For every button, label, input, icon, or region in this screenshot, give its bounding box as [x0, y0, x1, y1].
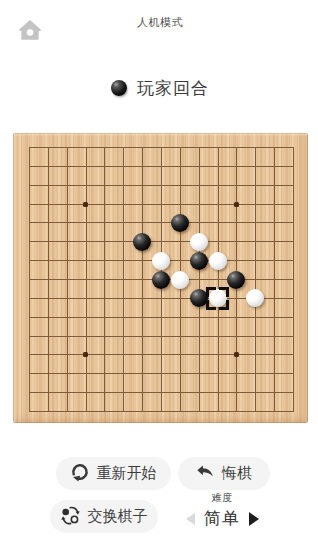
restart-button[interactable]: 重新开始: [56, 457, 171, 490]
stone-white: [171, 271, 189, 289]
stone-white: [209, 289, 227, 307]
app-screen: 人机模式 玩家回合 重新开始 悔棋: [3, 0, 318, 560]
swap-icon: [60, 505, 81, 529]
swap-label: 交换棋子: [88, 507, 148, 526]
stone-black: [190, 289, 208, 307]
chevron-left-icon[interactable]: [186, 513, 195, 525]
home-icon: [17, 31, 43, 46]
undo-button[interactable]: 悔棋: [178, 457, 270, 490]
star-point: [234, 352, 239, 357]
app-title: 人机模式: [3, 15, 318, 30]
undo-icon: [195, 462, 215, 485]
restart-icon: [70, 462, 90, 485]
black-stone-icon: [111, 80, 127, 96]
chevron-right-icon[interactable]: [249, 512, 259, 526]
swap-pieces-button[interactable]: 交换棋子: [50, 500, 158, 533]
stone-black: [133, 233, 151, 251]
star-point: [234, 202, 239, 207]
turn-label: 玩家回合: [137, 77, 209, 100]
stone-black: [152, 271, 170, 289]
difficulty-selector: 难度 简单: [173, 491, 273, 530]
stone-black: [190, 252, 208, 270]
stone-white: [152, 252, 170, 270]
stone-black: [171, 214, 189, 232]
stone-white: [190, 233, 208, 251]
stone-black: [227, 271, 245, 289]
stone-white: [209, 252, 227, 270]
gomoku-board[interactable]: [13, 133, 308, 423]
star-point: [83, 352, 88, 357]
difficulty-value: 简单: [204, 507, 240, 530]
star-point: [83, 202, 88, 207]
difficulty-label: 难度: [173, 491, 273, 505]
turn-indicator: 玩家回合: [3, 76, 318, 100]
restart-label: 重新开始: [97, 464, 157, 483]
undo-label: 悔棋: [222, 464, 252, 483]
